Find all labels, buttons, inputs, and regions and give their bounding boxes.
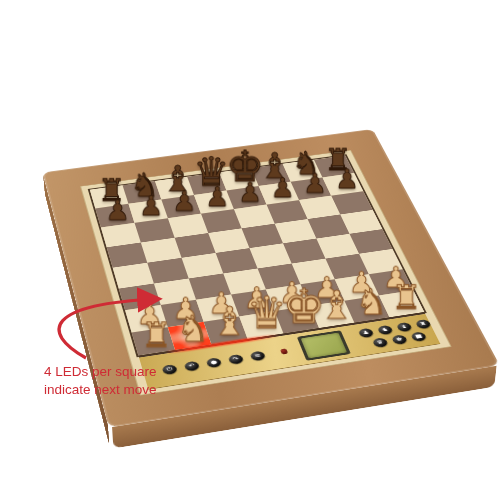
black-pawn[interactable]: ♟ bbox=[101, 197, 135, 224]
product-photo: ♜♞♝♛♚♝♞♜♟♟♟♟♟♟♟♟♟♟♟♟♟♟♟♟♜♞♝♛♚♝♞♜ ⏻↶●↷≡ ♟… bbox=[0, 0, 500, 500]
black-pawn[interactable]: ♟ bbox=[330, 166, 363, 193]
square-a7[interactable]: ♟ bbox=[95, 204, 134, 228]
black-pawn[interactable]: ♟ bbox=[134, 193, 168, 220]
bishop-button-icon[interactable]: ♝ bbox=[396, 322, 413, 332]
black-pawn[interactable]: ♟ bbox=[233, 179, 267, 206]
led-annotation: 4 LEDs per square indicate next move bbox=[44, 363, 224, 399]
king-button-icon[interactable]: ♚ bbox=[391, 334, 408, 345]
black-pawn[interactable]: ♟ bbox=[200, 184, 234, 211]
black-pawn[interactable]: ♟ bbox=[167, 188, 201, 215]
board-surface: ♜♞♝♛♚♝♞♜♟♟♟♟♟♟♟♟♟♟♟♟♟♟♟♟♜♞♝♛♚♝♞♜ ⏻↶●↷≡ ♟… bbox=[80, 150, 452, 396]
pawn-button-icon[interactable]: ♟ bbox=[358, 328, 375, 338]
white-bishop[interactable]: ♝ bbox=[211, 302, 248, 341]
lcd-display bbox=[297, 330, 351, 361]
playing-area: ♜♞♝♛♚♝♞♜♟♟♟♟♟♟♟♟♟♟♟♟♟♟♟♟♜♞♝♛♚♝♞♜ bbox=[80, 150, 433, 357]
color-button-icon[interactable]: ■ bbox=[410, 331, 427, 342]
knight-button-icon[interactable]: ♞ bbox=[377, 325, 394, 335]
annotation-line-1: 4 LEDs per square bbox=[44, 363, 224, 381]
black-pawn[interactable]: ♟ bbox=[266, 175, 299, 202]
square-a1[interactable]: ♜ bbox=[132, 327, 175, 355]
lcd-screen bbox=[300, 333, 347, 359]
annotation-line-2: indicate next move bbox=[44, 381, 224, 399]
white-knight[interactable]: ♞ bbox=[353, 284, 389, 319]
menu-button-icon[interactable]: ≡ bbox=[249, 350, 266, 361]
white-knight[interactable]: ♞ bbox=[175, 310, 212, 346]
white-king[interactable]: ♚ bbox=[283, 283, 320, 330]
white-rook[interactable]: ♜ bbox=[138, 318, 175, 352]
white-queen[interactable]: ♛ bbox=[247, 291, 284, 335]
black-pawn[interactable]: ♟ bbox=[298, 171, 331, 198]
right-button-cluster: ♟♞♝♜ ♛♚■ bbox=[358, 319, 438, 349]
red-button[interactable] bbox=[280, 348, 288, 354]
forward-button-icon[interactable]: ↷ bbox=[227, 354, 244, 365]
white-rook[interactable]: ♜ bbox=[388, 281, 424, 314]
rook-button-icon[interactable]: ♜ bbox=[415, 319, 432, 329]
queen-button-icon[interactable]: ♛ bbox=[372, 337, 389, 348]
